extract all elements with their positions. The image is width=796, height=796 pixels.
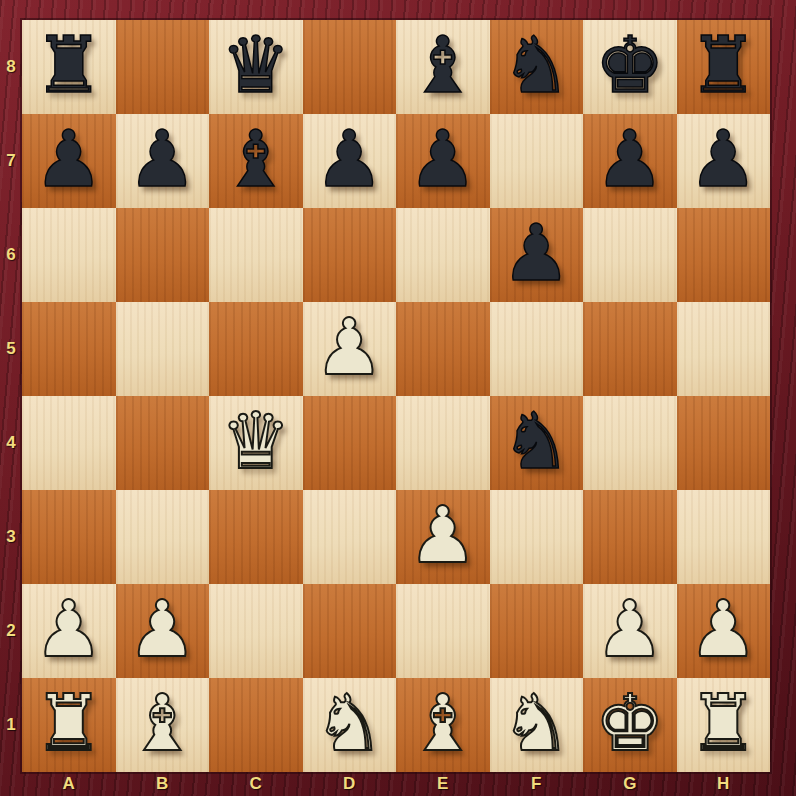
square-c7[interactable]: ♝: [209, 114, 303, 208]
square-f7[interactable]: [490, 114, 584, 208]
square-f8[interactable]: ♞: [490, 20, 584, 114]
piece-black-king[interactable]: ♚: [595, 26, 665, 104]
piece-black-bishop[interactable]: ♝: [221, 120, 291, 198]
square-e3[interactable]: ♟: [396, 490, 490, 584]
file-label-a: A: [22, 772, 116, 796]
piece-black-pawn[interactable]: ♟: [314, 120, 384, 198]
piece-white-rook[interactable]: ♜: [688, 684, 758, 762]
piece-white-bishop[interactable]: ♝: [127, 684, 197, 762]
square-d1[interactable]: ♞: [303, 678, 397, 772]
square-g6[interactable]: [583, 208, 677, 302]
file-label-h: H: [677, 772, 771, 796]
square-d8[interactable]: [303, 20, 397, 114]
piece-black-rook[interactable]: ♜: [34, 26, 104, 104]
square-h7[interactable]: ♟: [677, 114, 771, 208]
square-d6[interactable]: [303, 208, 397, 302]
piece-white-pawn[interactable]: ♟: [127, 590, 197, 668]
rank-label-5: 5: [0, 302, 22, 396]
square-d5[interactable]: ♟: [303, 302, 397, 396]
chessboard-frame: 87654321 ♜♛♝♞♚♜♟♟♝♟♟♟♟♟♟♛♞♟♟♟♟♟♜♝♞♝♞♚♜ A…: [0, 0, 796, 796]
piece-white-queen[interactable]: ♛: [221, 402, 291, 480]
square-e1[interactable]: ♝: [396, 678, 490, 772]
square-a2[interactable]: ♟: [22, 584, 116, 678]
square-h2[interactable]: ♟: [677, 584, 771, 678]
square-b3[interactable]: [116, 490, 210, 584]
piece-black-pawn[interactable]: ♟: [595, 120, 665, 198]
square-b4[interactable]: [116, 396, 210, 490]
piece-white-bishop[interactable]: ♝: [408, 684, 478, 762]
square-b5[interactable]: [116, 302, 210, 396]
rank-labels: 87654321: [0, 20, 22, 772]
square-b6[interactable]: [116, 208, 210, 302]
square-b7[interactable]: ♟: [116, 114, 210, 208]
square-a7[interactable]: ♟: [22, 114, 116, 208]
rank-label-4: 4: [0, 396, 22, 490]
square-f2[interactable]: [490, 584, 584, 678]
piece-white-pawn[interactable]: ♟: [314, 308, 384, 386]
square-h3[interactable]: [677, 490, 771, 584]
file-label-c: C: [209, 772, 303, 796]
square-d3[interactable]: [303, 490, 397, 584]
rank-label-3: 3: [0, 490, 22, 584]
piece-black-queen[interactable]: ♛: [221, 26, 291, 104]
square-e4[interactable]: [396, 396, 490, 490]
piece-black-pawn[interactable]: ♟: [688, 120, 758, 198]
square-a3[interactable]: [22, 490, 116, 584]
square-g7[interactable]: ♟: [583, 114, 677, 208]
piece-white-knight[interactable]: ♞: [314, 684, 384, 762]
rank-label-7: 7: [0, 114, 22, 208]
square-e7[interactable]: ♟: [396, 114, 490, 208]
square-e5[interactable]: [396, 302, 490, 396]
square-a1[interactable]: ♜: [22, 678, 116, 772]
square-g3[interactable]: [583, 490, 677, 584]
square-e8[interactable]: ♝: [396, 20, 490, 114]
piece-black-bishop[interactable]: ♝: [408, 26, 478, 104]
square-c3[interactable]: [209, 490, 303, 584]
rank-label-6: 6: [0, 208, 22, 302]
file-label-f: F: [490, 772, 584, 796]
file-labels: ABCDEFGH: [22, 772, 770, 796]
square-d2[interactable]: [303, 584, 397, 678]
square-c2[interactable]: [209, 584, 303, 678]
file-label-d: D: [303, 772, 397, 796]
square-f5[interactable]: [490, 302, 584, 396]
square-d7[interactable]: ♟: [303, 114, 397, 208]
piece-white-king[interactable]: ♚: [595, 684, 665, 762]
piece-black-knight[interactable]: ♞: [501, 26, 571, 104]
square-b1[interactable]: ♝: [116, 678, 210, 772]
square-b2[interactable]: ♟: [116, 584, 210, 678]
square-e6[interactable]: [396, 208, 490, 302]
piece-white-pawn[interactable]: ♟: [408, 496, 478, 574]
square-g8[interactable]: ♚: [583, 20, 677, 114]
square-f1[interactable]: ♞: [490, 678, 584, 772]
file-label-g: G: [583, 772, 677, 796]
file-label-e: E: [396, 772, 490, 796]
square-c4[interactable]: ♛: [209, 396, 303, 490]
square-h4[interactable]: [677, 396, 771, 490]
square-h1[interactable]: ♜: [677, 678, 771, 772]
square-f3[interactable]: [490, 490, 584, 584]
file-label-b: B: [116, 772, 210, 796]
piece-black-pawn[interactable]: ♟: [408, 120, 478, 198]
square-c8[interactable]: ♛: [209, 20, 303, 114]
piece-black-knight[interactable]: ♞: [501, 402, 571, 480]
square-g2[interactable]: ♟: [583, 584, 677, 678]
square-h8[interactable]: ♜: [677, 20, 771, 114]
square-a5[interactable]: [22, 302, 116, 396]
square-c5[interactable]: [209, 302, 303, 396]
square-h5[interactable]: [677, 302, 771, 396]
piece-white-rook[interactable]: ♜: [34, 684, 104, 762]
rank-label-1: 1: [0, 678, 22, 772]
square-a4[interactable]: [22, 396, 116, 490]
square-d4[interactable]: [303, 396, 397, 490]
square-h6[interactable]: [677, 208, 771, 302]
square-c1[interactable]: [209, 678, 303, 772]
piece-black-pawn[interactable]: ♟: [34, 120, 104, 198]
piece-white-pawn[interactable]: ♟: [595, 590, 665, 668]
square-e2[interactable]: [396, 584, 490, 678]
piece-black-rook[interactable]: ♜: [688, 26, 758, 104]
square-f4[interactable]: ♞: [490, 396, 584, 490]
piece-white-pawn[interactable]: ♟: [34, 590, 104, 668]
piece-black-pawn[interactable]: ♟: [127, 120, 197, 198]
piece-white-knight[interactable]: ♞: [501, 684, 571, 762]
square-a6[interactable]: [22, 208, 116, 302]
rank-label-2: 2: [0, 584, 22, 678]
square-g1[interactable]: ♚: [583, 678, 677, 772]
square-a8[interactable]: ♜: [22, 20, 116, 114]
square-g5[interactable]: [583, 302, 677, 396]
rank-label-8: 8: [0, 20, 22, 114]
piece-white-pawn[interactable]: ♟: [688, 590, 758, 668]
piece-black-pawn[interactable]: ♟: [501, 214, 571, 292]
square-c6[interactable]: [209, 208, 303, 302]
chess-board: ♜♛♝♞♚♜♟♟♝♟♟♟♟♟♟♛♞♟♟♟♟♟♜♝♞♝♞♚♜: [22, 20, 770, 772]
square-g4[interactable]: [583, 396, 677, 490]
square-b8[interactable]: [116, 20, 210, 114]
square-f6[interactable]: ♟: [490, 208, 584, 302]
